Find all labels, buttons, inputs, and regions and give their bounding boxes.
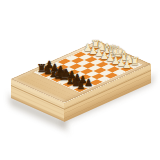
black-rook-icon: ♜	[72, 80, 90, 91]
white-pawn-icon: ♟	[118, 61, 136, 71]
product-photo: ♜♞♝♛♚♝♞♜♟♟♟♟♟♟♟♟♟♟♟♟♟♟♟♟♜♞♝♛♚♝♞♜	[0, 0, 160, 160]
